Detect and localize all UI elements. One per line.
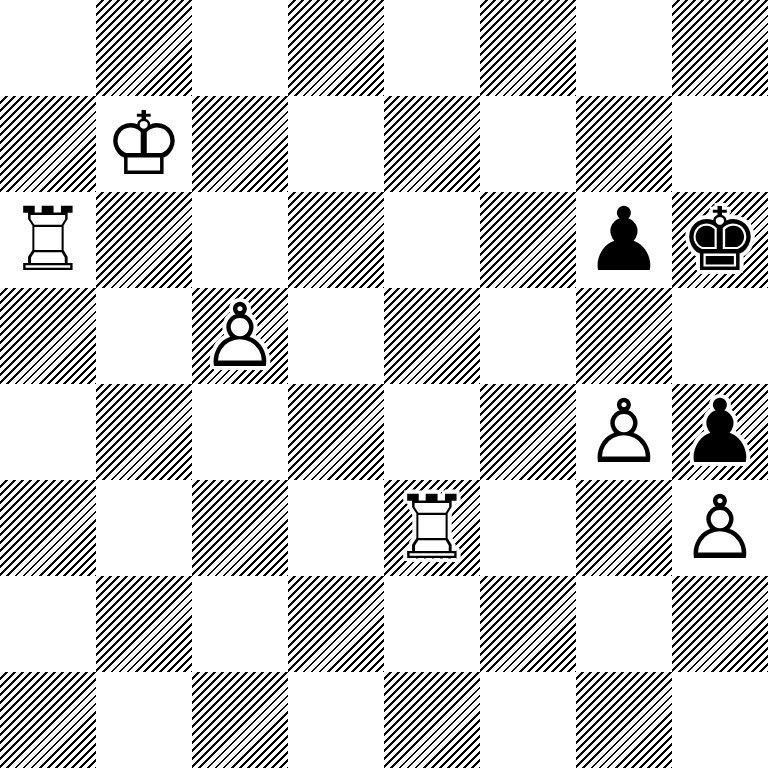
square-e8[interactable] bbox=[384, 0, 480, 96]
black-pawn: ♟ bbox=[576, 192, 672, 288]
white-pawn: ♙ bbox=[192, 288, 288, 384]
square-h4[interactable]: ♟♟ bbox=[672, 384, 768, 480]
white-rook: ♖ bbox=[384, 480, 480, 576]
square-c3[interactable] bbox=[192, 480, 288, 576]
square-d6[interactable] bbox=[288, 192, 384, 288]
square-d3[interactable] bbox=[288, 480, 384, 576]
white-pawn: ♙ bbox=[576, 384, 672, 480]
white-king-halo: ♚ bbox=[96, 96, 192, 192]
square-c5[interactable]: ♟♙ bbox=[192, 288, 288, 384]
square-a5[interactable] bbox=[0, 288, 96, 384]
white-pawn-halo: ♟ bbox=[576, 384, 672, 480]
square-c2[interactable] bbox=[192, 576, 288, 672]
white-king: ♔ bbox=[96, 96, 192, 192]
square-f5[interactable] bbox=[480, 288, 576, 384]
white-pawn-halo: ♟ bbox=[672, 480, 768, 576]
white-rook-halo: ♜ bbox=[0, 192, 96, 288]
black-king: ♚ bbox=[672, 192, 768, 288]
square-d4[interactable] bbox=[288, 384, 384, 480]
black-pawn-halo: ♟ bbox=[576, 192, 672, 288]
square-h6[interactable]: ♚♚ bbox=[672, 192, 768, 288]
square-c7[interactable] bbox=[192, 96, 288, 192]
chess-board: ♚♔♜♖♟♟♚♚♟♙♟♙♟♟♜♖♟♙ bbox=[0, 0, 768, 768]
square-d2[interactable] bbox=[288, 576, 384, 672]
square-e1[interactable] bbox=[384, 672, 480, 768]
square-d8[interactable] bbox=[288, 0, 384, 96]
square-a8[interactable] bbox=[0, 0, 96, 96]
square-a4[interactable] bbox=[0, 384, 96, 480]
square-g6[interactable]: ♟♟ bbox=[576, 192, 672, 288]
square-h1[interactable] bbox=[672, 672, 768, 768]
square-e5[interactable] bbox=[384, 288, 480, 384]
square-f8[interactable] bbox=[480, 0, 576, 96]
square-g8[interactable] bbox=[576, 0, 672, 96]
square-g7[interactable] bbox=[576, 96, 672, 192]
square-f1[interactable] bbox=[480, 672, 576, 768]
square-h7[interactable] bbox=[672, 96, 768, 192]
square-b4[interactable] bbox=[96, 384, 192, 480]
square-h2[interactable] bbox=[672, 576, 768, 672]
square-b7[interactable]: ♚♔ bbox=[96, 96, 192, 192]
square-f6[interactable] bbox=[480, 192, 576, 288]
square-b3[interactable] bbox=[96, 480, 192, 576]
square-e6[interactable] bbox=[384, 192, 480, 288]
square-c1[interactable] bbox=[192, 672, 288, 768]
square-d7[interactable] bbox=[288, 96, 384, 192]
square-h8[interactable] bbox=[672, 0, 768, 96]
square-e4[interactable] bbox=[384, 384, 480, 480]
black-king-halo: ♚ bbox=[672, 192, 768, 288]
square-d1[interactable] bbox=[288, 672, 384, 768]
white-pawn: ♙ bbox=[672, 480, 768, 576]
square-f4[interactable] bbox=[480, 384, 576, 480]
black-pawn: ♟ bbox=[672, 384, 768, 480]
square-h3[interactable]: ♟♙ bbox=[672, 480, 768, 576]
square-e7[interactable] bbox=[384, 96, 480, 192]
square-b5[interactable] bbox=[96, 288, 192, 384]
square-g3[interactable] bbox=[576, 480, 672, 576]
white-rook: ♖ bbox=[0, 192, 96, 288]
square-b6[interactable] bbox=[96, 192, 192, 288]
square-e2[interactable] bbox=[384, 576, 480, 672]
square-f3[interactable] bbox=[480, 480, 576, 576]
square-a6[interactable]: ♜♖ bbox=[0, 192, 96, 288]
square-c6[interactable] bbox=[192, 192, 288, 288]
square-g1[interactable] bbox=[576, 672, 672, 768]
square-f2[interactable] bbox=[480, 576, 576, 672]
square-a2[interactable] bbox=[0, 576, 96, 672]
square-c4[interactable] bbox=[192, 384, 288, 480]
square-b2[interactable] bbox=[96, 576, 192, 672]
white-pawn-halo: ♟ bbox=[192, 288, 288, 384]
square-b8[interactable] bbox=[96, 0, 192, 96]
square-g5[interactable] bbox=[576, 288, 672, 384]
square-d5[interactable] bbox=[288, 288, 384, 384]
square-b1[interactable] bbox=[96, 672, 192, 768]
square-f7[interactable] bbox=[480, 96, 576, 192]
square-g4[interactable]: ♟♙ bbox=[576, 384, 672, 480]
square-a7[interactable] bbox=[0, 96, 96, 192]
square-h5[interactable] bbox=[672, 288, 768, 384]
square-g2[interactable] bbox=[576, 576, 672, 672]
square-a1[interactable] bbox=[0, 672, 96, 768]
square-c8[interactable] bbox=[192, 0, 288, 96]
white-rook-halo: ♜ bbox=[384, 480, 480, 576]
square-a3[interactable] bbox=[0, 480, 96, 576]
square-e3[interactable]: ♜♖ bbox=[384, 480, 480, 576]
black-pawn-halo: ♟ bbox=[672, 384, 768, 480]
